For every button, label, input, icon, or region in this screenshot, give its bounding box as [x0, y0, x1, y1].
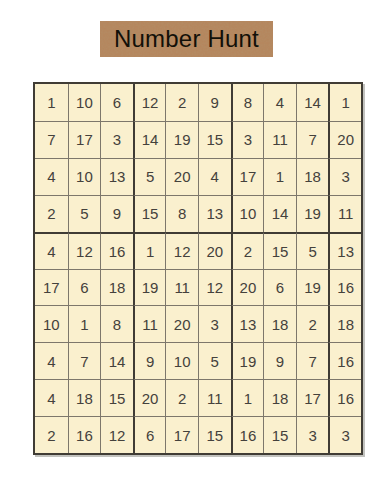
grid-cell-r7c6[interactable]: 3 — [198, 305, 231, 342]
grid-cell-r9c6[interactable]: 11 — [198, 379, 231, 416]
grid-cell-r6c6[interactable]: 12 — [198, 269, 231, 306]
grid-cell-r2c2[interactable]: 17 — [68, 121, 101, 158]
grid-cell-r2c6[interactable]: 15 — [198, 121, 231, 158]
grid-cell-r10c1[interactable]: 2 — [35, 416, 68, 453]
grid-cell-r7c8[interactable]: 18 — [263, 305, 296, 342]
grid-cell-r8c8[interactable]: 9 — [263, 342, 296, 379]
grid-cell-r3c2[interactable]: 10 — [68, 158, 101, 195]
grid-cell-r3c1[interactable]: 4 — [35, 158, 68, 195]
grid-cell-r10c7[interactable]: 16 — [231, 416, 264, 453]
grid-cell-r1c1[interactable]: 1 — [35, 84, 68, 121]
grid-cell-r8c2[interactable]: 7 — [68, 342, 101, 379]
grid-cell-r1c2[interactable]: 10 — [68, 84, 101, 121]
grid-cell-r1c4[interactable]: 12 — [133, 84, 166, 121]
grid-cell-r5c5[interactable]: 12 — [165, 232, 198, 269]
grid-cell-r7c10[interactable]: 18 — [328, 305, 361, 342]
grid-cell-r7c4[interactable]: 11 — [133, 305, 166, 342]
grid-cell-r8c7[interactable]: 19 — [231, 342, 264, 379]
grid-cell-r5c3[interactable]: 16 — [100, 232, 133, 269]
grid-cell-r2c1[interactable]: 7 — [35, 121, 68, 158]
title-banner: Number Hunt — [100, 21, 273, 57]
grid-cell-r4c6[interactable]: 13 — [198, 195, 231, 232]
grid-cell-r5c4[interactable]: 1 — [133, 232, 166, 269]
worksheet-page: Number Hunt 1106122984141717314191531172… — [0, 0, 375, 500]
grid-cell-r3c7[interactable]: 17 — [231, 158, 264, 195]
grid-cell-r5c6[interactable]: 20 — [198, 232, 231, 269]
grid-cell-r8c6[interactable]: 5 — [198, 342, 231, 379]
grid-cell-r10c6[interactable]: 15 — [198, 416, 231, 453]
grid-cell-r3c3[interactable]: 13 — [100, 158, 133, 195]
grid-cell-r6c9[interactable]: 19 — [296, 269, 329, 306]
page-title: Number Hunt — [100, 21, 273, 57]
grid-cell-r9c8[interactable]: 18 — [263, 379, 296, 416]
grid-cell-r6c5[interactable]: 11 — [165, 269, 198, 306]
grid-cell-r1c8[interactable]: 4 — [263, 84, 296, 121]
grid-cell-r2c4[interactable]: 14 — [133, 121, 166, 158]
grid-cell-r10c8[interactable]: 15 — [263, 416, 296, 453]
grid-cell-r10c9[interactable]: 3 — [296, 416, 329, 453]
grid-cell-r2c8[interactable]: 11 — [263, 121, 296, 158]
grid-cell-r3c6[interactable]: 4 — [198, 158, 231, 195]
grid-cell-r1c9[interactable]: 14 — [296, 84, 329, 121]
grid-cell-r8c9[interactable]: 7 — [296, 342, 329, 379]
grid-cell-r5c10[interactable]: 13 — [328, 232, 361, 269]
grid-cell-r8c1[interactable]: 4 — [35, 342, 68, 379]
grid-cell-r9c4[interactable]: 20 — [133, 379, 166, 416]
grid-cell-r4c8[interactable]: 14 — [263, 195, 296, 232]
grid-cell-r6c4[interactable]: 19 — [133, 269, 166, 306]
grid-cell-r10c3[interactable]: 12 — [100, 416, 133, 453]
grid-cell-r2c3[interactable]: 3 — [100, 121, 133, 158]
grid-cell-r5c8[interactable]: 15 — [263, 232, 296, 269]
grid-cell-r5c1[interactable]: 4 — [35, 232, 68, 269]
grid-cell-r6c2[interactable]: 6 — [68, 269, 101, 306]
grid-cell-r1c3[interactable]: 6 — [100, 84, 133, 121]
grid-cell-r9c3[interactable]: 15 — [100, 379, 133, 416]
grid-cell-r6c7[interactable]: 20 — [231, 269, 264, 306]
grid-cell-r7c7[interactable]: 13 — [231, 305, 264, 342]
grid-cell-r4c10[interactable]: 11 — [328, 195, 361, 232]
grid-cell-r8c3[interactable]: 14 — [100, 342, 133, 379]
grid-cell-r4c3[interactable]: 9 — [100, 195, 133, 232]
grid-cell-r9c1[interactable]: 4 — [35, 379, 68, 416]
grid-cell-r6c3[interactable]: 18 — [100, 269, 133, 306]
grid-cell-r4c9[interactable]: 19 — [296, 195, 329, 232]
grid-cell-r8c4[interactable]: 9 — [133, 342, 166, 379]
grid-cell-r9c2[interactable]: 18 — [68, 379, 101, 416]
grid-cell-r1c5[interactable]: 2 — [165, 84, 198, 121]
grid-cell-r9c10[interactable]: 16 — [328, 379, 361, 416]
grid-cell-r3c4[interactable]: 5 — [133, 158, 166, 195]
grid-cell-r5c2[interactable]: 12 — [68, 232, 101, 269]
grid-cell-r3c5[interactable]: 20 — [165, 158, 198, 195]
grid-cell-r2c10[interactable]: 20 — [328, 121, 361, 158]
grid-cell-r9c9[interactable]: 17 — [296, 379, 329, 416]
grid-cell-r9c5[interactable]: 2 — [165, 379, 198, 416]
grid-cell-r2c9[interactable]: 7 — [296, 121, 329, 158]
grid-cell-r4c4[interactable]: 15 — [133, 195, 166, 232]
grid-cell-r8c5[interactable]: 10 — [165, 342, 198, 379]
grid-cell-r6c10[interactable]: 16 — [328, 269, 361, 306]
grid-cell-r2c5[interactable]: 19 — [165, 121, 198, 158]
grid-cell-r1c7[interactable]: 8 — [231, 84, 264, 121]
grid-cell-r2c7[interactable]: 3 — [231, 121, 264, 158]
grid-cell-r10c2[interactable]: 16 — [68, 416, 101, 453]
grid-cell-r4c1[interactable]: 2 — [35, 195, 68, 232]
grid-cell-r4c5[interactable]: 8 — [165, 195, 198, 232]
grid-cell-r6c8[interactable]: 6 — [263, 269, 296, 306]
grid-cell-r6c1[interactable]: 17 — [35, 269, 68, 306]
grid-cell-r3c10[interactable]: 3 — [328, 158, 361, 195]
grid-cell-r3c9[interactable]: 18 — [296, 158, 329, 195]
grid-cell-r7c1[interactable]: 10 — [35, 305, 68, 342]
grid-cell-r9c7[interactable]: 1 — [231, 379, 264, 416]
grid-cell-r7c2[interactable]: 1 — [68, 305, 101, 342]
grid-cell-r7c9[interactable]: 2 — [296, 305, 329, 342]
grid-cell-r5c7[interactable]: 2 — [231, 232, 264, 269]
grid-cell-r10c4[interactable]: 6 — [133, 416, 166, 453]
grid-cell-r5c9[interactable]: 5 — [296, 232, 329, 269]
grid-cell-r7c5[interactable]: 20 — [165, 305, 198, 342]
grid-cell-r1c6[interactable]: 9 — [198, 84, 231, 121]
grid-cell-r10c5[interactable]: 17 — [165, 416, 198, 453]
grid-cell-r3c8[interactable]: 1 — [263, 158, 296, 195]
grid-cell-r4c2[interactable]: 5 — [68, 195, 101, 232]
number-grid: 1106122984141717314191531172041013520417… — [33, 82, 363, 455]
grid-cell-r4c7[interactable]: 10 — [231, 195, 264, 232]
grid-cell-r8c10[interactable]: 16 — [328, 342, 361, 379]
grid-cell-r7c3[interactable]: 8 — [100, 305, 133, 342]
grid-cell-r10c10[interactable]: 3 — [328, 416, 361, 453]
grid-cell-r1c10[interactable]: 1 — [328, 84, 361, 121]
